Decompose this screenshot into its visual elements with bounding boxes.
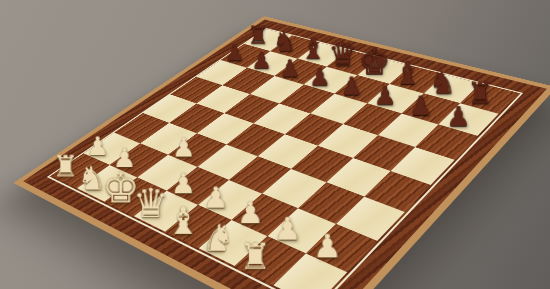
square-b3	[140, 123, 197, 155]
square-f6	[343, 103, 401, 135]
chess-board: ♜♞♝♛♚♝♞♜♟♟♟♟♟♟♟♟♟♟♟♟♟♟♟♟♜♞♚♛♝♞♜	[50, 29, 521, 289]
chess-set-photo: ♜♞♝♛♚♝♞♜♟♟♟♟♟♟♟♟♟♟♟♟♟♟♟♟♜♞♚♛♝♞♜	[0, 0, 550, 289]
white-pawn: ♟	[161, 170, 206, 198]
white-rook: ♜	[44, 152, 87, 181]
chess-board-frame: ♜♞♝♛♚♝♞♜♟♟♟♟♟♟♟♟♟♟♟♟♟♟♟♟♜♞♚♛♝♞♜	[23, 20, 547, 289]
chess-board-outer-trim: ♜♞♝♛♚♝♞♜♟♟♟♟♟♟♟♟♟♟♟♟♟♟♟♟♜♞♚♛♝♞♜	[13, 16, 550, 289]
